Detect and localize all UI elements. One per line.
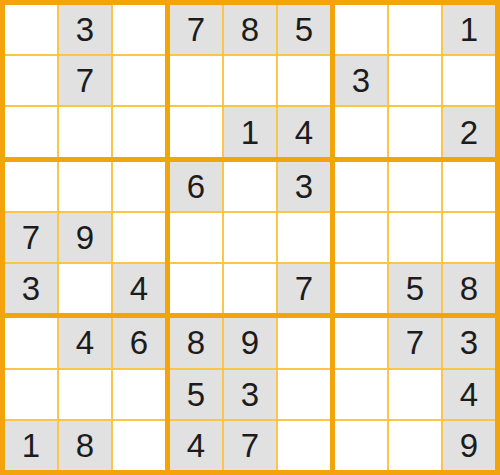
cell-r6c7[interactable] bbox=[335, 264, 387, 313]
cell-r1c3[interactable] bbox=[113, 5, 165, 54]
cell-r8c6[interactable] bbox=[278, 370, 330, 419]
cell-r1c8[interactable] bbox=[389, 5, 441, 54]
block-r1c2: 78514 bbox=[170, 5, 330, 157]
cell-r7c6[interactable] bbox=[278, 318, 330, 367]
cell-r6c1[interactable]: 3 bbox=[5, 264, 57, 313]
cell-r9c1[interactable]: 1 bbox=[5, 421, 57, 470]
cell-r6c6[interactable]: 7 bbox=[278, 264, 330, 313]
cell-r8c2[interactable] bbox=[59, 370, 111, 419]
cell-r9c6[interactable] bbox=[278, 421, 330, 470]
block-r1c3: 132 bbox=[335, 5, 495, 157]
cell-r1c1[interactable] bbox=[5, 5, 57, 54]
cell-r8c8[interactable] bbox=[389, 370, 441, 419]
cell-r2c6[interactable] bbox=[278, 56, 330, 105]
cell-r6c9[interactable]: 8 bbox=[443, 264, 495, 313]
cell-r6c4[interactable] bbox=[170, 264, 222, 313]
cell-r3c6[interactable]: 4 bbox=[278, 107, 330, 156]
block-r2c3: 58 bbox=[335, 162, 495, 314]
cell-r6c5[interactable] bbox=[224, 264, 276, 313]
cell-r7c1[interactable] bbox=[5, 318, 57, 367]
block-r1c1: 37 bbox=[5, 5, 165, 157]
cell-r4c1[interactable] bbox=[5, 162, 57, 211]
cell-r4c3[interactable] bbox=[113, 162, 165, 211]
cell-r7c4[interactable]: 8 bbox=[170, 318, 222, 367]
cell-r2c5[interactable] bbox=[224, 56, 276, 105]
cell-r6c3[interactable]: 4 bbox=[113, 264, 165, 313]
cell-r9c4[interactable]: 4 bbox=[170, 421, 222, 470]
cell-r5c3[interactable] bbox=[113, 213, 165, 262]
block-r2c1: 7934 bbox=[5, 162, 165, 314]
cell-r1c5[interactable]: 8 bbox=[224, 5, 276, 54]
block-r3c2: 895347 bbox=[170, 318, 330, 470]
cell-r5c1[interactable]: 7 bbox=[5, 213, 57, 262]
cell-r4c9[interactable] bbox=[443, 162, 495, 211]
cell-r4c8[interactable] bbox=[389, 162, 441, 211]
block-r2c2: 637 bbox=[170, 162, 330, 314]
cell-r7c9[interactable]: 3 bbox=[443, 318, 495, 367]
cell-r2c8[interactable] bbox=[389, 56, 441, 105]
cell-r9c9[interactable]: 9 bbox=[443, 421, 495, 470]
cell-r2c2[interactable]: 7 bbox=[59, 56, 111, 105]
cell-r4c7[interactable] bbox=[335, 162, 387, 211]
cell-r1c4[interactable]: 7 bbox=[170, 5, 222, 54]
cell-r8c1[interactable] bbox=[5, 370, 57, 419]
cell-r2c4[interactable] bbox=[170, 56, 222, 105]
block-r3c1: 4618 bbox=[5, 318, 165, 470]
cell-r5c6[interactable] bbox=[278, 213, 330, 262]
cell-r8c3[interactable] bbox=[113, 370, 165, 419]
cell-r7c2[interactable]: 4 bbox=[59, 318, 111, 367]
cell-r3c8[interactable] bbox=[389, 107, 441, 156]
cell-r8c4[interactable]: 5 bbox=[170, 370, 222, 419]
cell-r5c5[interactable] bbox=[224, 213, 276, 262]
cell-r6c8[interactable]: 5 bbox=[389, 264, 441, 313]
cell-r6c2[interactable] bbox=[59, 264, 111, 313]
cell-r3c9[interactable]: 2 bbox=[443, 107, 495, 156]
cell-r4c2[interactable] bbox=[59, 162, 111, 211]
cell-r4c5[interactable] bbox=[224, 162, 276, 211]
cell-r7c8[interactable]: 7 bbox=[389, 318, 441, 367]
cell-r4c6[interactable]: 3 bbox=[278, 162, 330, 211]
cell-r5c2[interactable]: 9 bbox=[59, 213, 111, 262]
cell-r1c7[interactable] bbox=[335, 5, 387, 54]
cell-r5c8[interactable] bbox=[389, 213, 441, 262]
cell-r3c5[interactable]: 1 bbox=[224, 107, 276, 156]
cell-r7c5[interactable]: 9 bbox=[224, 318, 276, 367]
cell-r1c9[interactable]: 1 bbox=[443, 5, 495, 54]
cell-r3c3[interactable] bbox=[113, 107, 165, 156]
cell-r8c5[interactable]: 3 bbox=[224, 370, 276, 419]
cell-r3c7[interactable] bbox=[335, 107, 387, 156]
block-r3c3: 7349 bbox=[335, 318, 495, 470]
sudoku-board: 377851413279346375846188953477349 bbox=[0, 0, 500, 475]
cell-r3c2[interactable] bbox=[59, 107, 111, 156]
cell-r3c4[interactable] bbox=[170, 107, 222, 156]
cell-r7c3[interactable]: 6 bbox=[113, 318, 165, 367]
cell-r9c3[interactable] bbox=[113, 421, 165, 470]
cell-r5c9[interactable] bbox=[443, 213, 495, 262]
cell-r9c7[interactable] bbox=[335, 421, 387, 470]
cell-r2c3[interactable] bbox=[113, 56, 165, 105]
cell-r2c1[interactable] bbox=[5, 56, 57, 105]
cell-r9c2[interactable]: 8 bbox=[59, 421, 111, 470]
cell-r1c6[interactable]: 5 bbox=[278, 5, 330, 54]
cell-r2c9[interactable] bbox=[443, 56, 495, 105]
cell-r5c4[interactable] bbox=[170, 213, 222, 262]
cell-r3c1[interactable] bbox=[5, 107, 57, 156]
cell-r8c9[interactable]: 4 bbox=[443, 370, 495, 419]
cell-r2c7[interactable]: 3 bbox=[335, 56, 387, 105]
cell-r5c7[interactable] bbox=[335, 213, 387, 262]
cell-r9c8[interactable] bbox=[389, 421, 441, 470]
cell-r8c7[interactable] bbox=[335, 370, 387, 419]
cell-r7c7[interactable] bbox=[335, 318, 387, 367]
cell-r1c2[interactable]: 3 bbox=[59, 5, 111, 54]
cell-r9c5[interactable]: 7 bbox=[224, 421, 276, 470]
cell-r4c4[interactable]: 6 bbox=[170, 162, 222, 211]
